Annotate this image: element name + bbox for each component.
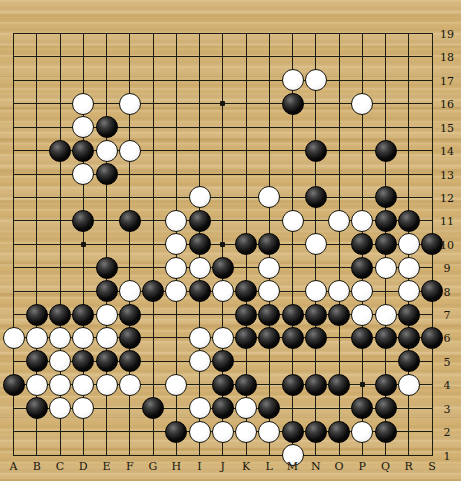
- column-label-H: H: [171, 461, 181, 472]
- white-stone-H4: [165, 374, 187, 396]
- white-stone-R8: [398, 280, 420, 302]
- black-stone-E13: [96, 163, 118, 185]
- black-stone-N2: [305, 421, 327, 443]
- column-label-B: B: [33, 461, 41, 472]
- black-stone-M4: [282, 374, 304, 396]
- white-stone-D13: [72, 163, 94, 185]
- column-label-I: I: [197, 461, 201, 472]
- black-stone-D7: [72, 304, 94, 326]
- white-stone-R10: [398, 233, 420, 255]
- white-stone-I6: [189, 327, 211, 349]
- black-stone-L7: [258, 304, 280, 326]
- column-label-R: R: [405, 461, 413, 472]
- black-stone-H2: [165, 421, 187, 443]
- black-stone-C7: [49, 304, 71, 326]
- black-stone-O4: [328, 374, 350, 396]
- white-stone-E6: [96, 327, 118, 349]
- black-stone-Q2: [375, 421, 397, 443]
- row-label-6: 6: [444, 333, 451, 344]
- row-label-19: 19: [440, 29, 454, 40]
- black-stone-B7: [26, 304, 48, 326]
- column-label-K: K: [242, 461, 250, 472]
- white-stone-B4: [26, 374, 48, 396]
- row-label-5: 5: [444, 356, 451, 367]
- white-stone-O8: [328, 280, 350, 302]
- white-stone-M17: [282, 69, 304, 91]
- white-stone-Q7: [375, 304, 397, 326]
- black-stone-N4: [305, 374, 327, 396]
- star-point-D10: [81, 242, 86, 247]
- row-label-1: 1: [444, 450, 451, 461]
- black-stone-Q6: [375, 327, 397, 349]
- black-stone-P9: [351, 257, 373, 279]
- white-stone-P2: [351, 421, 373, 443]
- black-stone-B3: [26, 397, 48, 419]
- white-stone-F8: [119, 280, 141, 302]
- black-stone-D11: [72, 210, 94, 232]
- white-stone-B6: [26, 327, 48, 349]
- black-stone-N12: [305, 186, 327, 208]
- star-point-P4: [360, 382, 365, 387]
- black-stone-C14: [49, 140, 71, 162]
- row-label-8: 8: [444, 286, 451, 297]
- grid-line-horizontal: [13, 455, 433, 456]
- black-stone-F11: [119, 210, 141, 232]
- column-label-A: A: [10, 461, 18, 472]
- white-stone-P7: [351, 304, 373, 326]
- black-stone-E9: [96, 257, 118, 279]
- black-stone-P10: [351, 233, 373, 255]
- black-stone-I11: [189, 210, 211, 232]
- black-stone-K7: [235, 304, 257, 326]
- black-stone-K4: [235, 374, 257, 396]
- black-stone-J4: [212, 374, 234, 396]
- black-stone-M16: [282, 93, 304, 115]
- black-stone-O2: [328, 421, 350, 443]
- column-label-D: D: [79, 461, 88, 472]
- black-stone-Q11: [375, 210, 397, 232]
- go-board-screenshot: ABCDEFGHIJKLMNOPQRS 19181716151413121110…: [0, 0, 461, 481]
- white-stone-Q9: [375, 257, 397, 279]
- row-label-18: 18: [440, 52, 454, 63]
- black-stone-N6: [305, 327, 327, 349]
- column-label-L: L: [266, 461, 273, 472]
- column-label-J: J: [221, 461, 225, 472]
- white-stone-I12: [189, 186, 211, 208]
- white-stone-L2: [258, 421, 280, 443]
- white-stone-O11: [328, 210, 350, 232]
- row-label-13: 13: [440, 169, 454, 180]
- white-stone-C3: [49, 397, 71, 419]
- white-stone-L8: [258, 280, 280, 302]
- row-label-17: 17: [440, 75, 454, 86]
- white-stone-E14: [96, 140, 118, 162]
- black-stone-P6: [351, 327, 373, 349]
- star-point-J16: [220, 101, 225, 106]
- white-stone-D3: [72, 397, 94, 419]
- white-stone-E7: [96, 304, 118, 326]
- white-stone-C4: [49, 374, 71, 396]
- row-label-10: 10: [440, 239, 454, 250]
- black-stone-F5: [119, 350, 141, 372]
- column-label-Q: Q: [381, 461, 390, 472]
- black-stone-M6: [282, 327, 304, 349]
- row-label-16: 16: [440, 99, 454, 110]
- black-stone-G3: [142, 397, 164, 419]
- white-stone-H9: [165, 257, 187, 279]
- white-stone-L9: [258, 257, 280, 279]
- row-label-4: 4: [444, 380, 451, 391]
- black-stone-R7: [398, 304, 420, 326]
- white-stone-R9: [398, 257, 420, 279]
- black-stone-R11: [398, 210, 420, 232]
- white-stone-F14: [119, 140, 141, 162]
- white-stone-F16: [119, 93, 141, 115]
- white-stone-I2: [189, 421, 211, 443]
- black-stone-O7: [328, 304, 350, 326]
- black-stone-L10: [258, 233, 280, 255]
- black-stone-L6: [258, 327, 280, 349]
- white-stone-E4: [96, 374, 118, 396]
- go-board[interactable]: ABCDEFGHIJKLMNOPQRS 19181716151413121110…: [0, 0, 461, 481]
- black-stone-E5: [96, 350, 118, 372]
- black-stone-K6: [235, 327, 257, 349]
- black-stone-F7: [119, 304, 141, 326]
- white-stone-P8: [351, 280, 373, 302]
- black-stone-Q12: [375, 186, 397, 208]
- white-stone-H11: [165, 210, 187, 232]
- white-stone-K2: [235, 421, 257, 443]
- column-label-P: P: [359, 461, 366, 472]
- column-label-M: M: [287, 461, 298, 472]
- star-point-J10: [220, 242, 225, 247]
- black-stone-I10: [189, 233, 211, 255]
- white-stone-L12: [258, 186, 280, 208]
- white-stone-K3: [235, 397, 257, 419]
- black-stone-R6: [398, 327, 420, 349]
- white-stone-C6: [49, 327, 71, 349]
- black-stone-J5: [212, 350, 234, 372]
- column-label-N: N: [311, 461, 321, 472]
- black-stone-N14: [305, 140, 327, 162]
- white-stone-F4: [119, 374, 141, 396]
- row-label-11: 11: [440, 216, 454, 227]
- white-stone-D15: [72, 116, 94, 138]
- white-stone-J8: [212, 280, 234, 302]
- column-label-O: O: [334, 461, 343, 472]
- white-stone-J6: [212, 327, 234, 349]
- white-stone-P11: [351, 210, 373, 232]
- white-stone-D6: [72, 327, 94, 349]
- white-stone-N17: [305, 69, 327, 91]
- white-stone-H10: [165, 233, 187, 255]
- black-stone-J9: [212, 257, 234, 279]
- row-label-12: 12: [440, 192, 454, 203]
- white-stone-R4: [398, 374, 420, 396]
- black-stone-R5: [398, 350, 420, 372]
- white-stone-M11: [282, 210, 304, 232]
- black-stone-M2: [282, 421, 304, 443]
- white-stone-D16: [72, 93, 94, 115]
- column-label-S: S: [428, 461, 436, 472]
- column-label-G: G: [149, 461, 158, 472]
- black-stone-Q3: [375, 397, 397, 419]
- row-label-3: 3: [444, 403, 451, 414]
- black-stone-P3: [351, 397, 373, 419]
- black-stone-Q14: [375, 140, 397, 162]
- white-stone-I9: [189, 257, 211, 279]
- black-stone-F6: [119, 327, 141, 349]
- black-stone-D14: [72, 140, 94, 162]
- row-label-7: 7: [444, 310, 451, 321]
- white-stone-I5: [189, 350, 211, 372]
- row-label-15: 15: [440, 122, 454, 133]
- white-stone-I3: [189, 397, 211, 419]
- black-stone-J3: [212, 397, 234, 419]
- white-stone-J2: [212, 421, 234, 443]
- black-stone-S8: [421, 280, 443, 302]
- white-stone-P16: [351, 93, 373, 115]
- row-label-2: 2: [444, 427, 451, 438]
- column-label-E: E: [102, 461, 110, 472]
- black-stone-K10: [235, 233, 257, 255]
- white-stone-A6: [3, 327, 25, 349]
- black-stone-L3: [258, 397, 280, 419]
- white-stone-D4: [72, 374, 94, 396]
- white-stone-C5: [49, 350, 71, 372]
- black-stone-K8: [235, 280, 257, 302]
- column-label-C: C: [56, 461, 64, 472]
- black-stone-Q4: [375, 374, 397, 396]
- black-stone-D5: [72, 350, 94, 372]
- black-stone-Q10: [375, 233, 397, 255]
- column-label-F: F: [126, 461, 134, 472]
- black-stone-G8: [142, 280, 164, 302]
- white-stone-H8: [165, 280, 187, 302]
- row-label-14: 14: [440, 146, 454, 157]
- black-stone-M7: [282, 304, 304, 326]
- black-stone-S6: [421, 327, 443, 349]
- white-stone-N8: [305, 280, 327, 302]
- black-stone-A4: [3, 374, 25, 396]
- black-stone-N7: [305, 304, 327, 326]
- white-stone-N10: [305, 233, 327, 255]
- black-stone-I8: [189, 280, 211, 302]
- black-stone-E15: [96, 116, 118, 138]
- black-stone-E8: [96, 280, 118, 302]
- row-label-9: 9: [444, 263, 451, 274]
- black-stone-B5: [26, 350, 48, 372]
